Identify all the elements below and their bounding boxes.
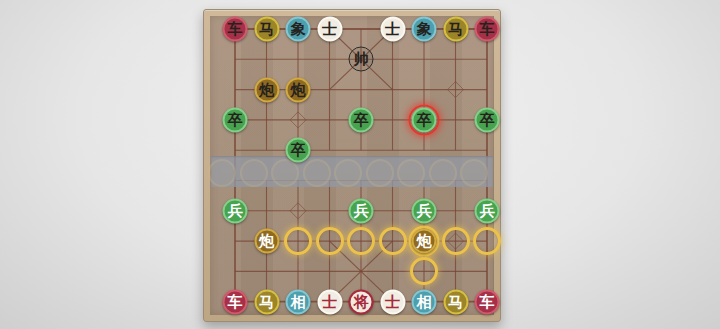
piece-advisor-top[interactable]: 士: [380, 17, 405, 42]
piece-chariot-top[interactable]: 车: [223, 17, 248, 42]
piece-soldier-top[interactable]: 卒: [223, 107, 248, 132]
piece-soldier-bottom[interactable]: 兵: [349, 198, 374, 223]
river-ghost-circle: [429, 159, 457, 187]
river-ghost-circle: [271, 159, 299, 187]
legal-move-ring[interactable]: [473, 227, 501, 255]
piece-soldier-top[interactable]: 卒: [475, 107, 500, 132]
piece-horse-bottom[interactable]: 马: [254, 289, 279, 314]
legal-move-ring[interactable]: [442, 227, 470, 255]
piece-elephant-top[interactable]: 象: [412, 17, 437, 42]
piece-horse-top[interactable]: 马: [443, 17, 468, 42]
xiangqi-board: 车马象士士象马车帅炮炮卒卒卒卒卒兵兵兵兵炮炮车马相士将士相马车: [203, 9, 501, 322]
river-ghost-circle: [460, 159, 488, 187]
piece-horse-bottom[interactable]: 马: [443, 289, 468, 314]
piece-soldier-bottom[interactable]: 兵: [412, 198, 437, 223]
piece-chariot-top[interactable]: 车: [475, 17, 500, 42]
piece-chariot-bottom[interactable]: 车: [223, 289, 248, 314]
piece-cannon-top[interactable]: 炮: [254, 77, 279, 102]
piece-advisor-top[interactable]: 士: [317, 17, 342, 42]
piece-cannon-bottom[interactable]: 炮: [254, 229, 279, 254]
river-band: [211, 156, 493, 187]
legal-move-ring[interactable]: [316, 227, 344, 255]
legal-move-ring[interactable]: [284, 227, 312, 255]
piece-cannon-top[interactable]: 炮: [286, 77, 311, 102]
piece-horse-top[interactable]: 马: [254, 17, 279, 42]
piece-soldier-top[interactable]: 卒: [349, 107, 374, 132]
piece-general-bottom[interactable]: 将: [349, 289, 374, 314]
river-ghost-circle: [366, 159, 394, 187]
legal-move-ring[interactable]: [379, 227, 407, 255]
piece-soldier-top[interactable]: 卒: [286, 138, 311, 163]
piece-elephant-top[interactable]: 象: [286, 17, 311, 42]
piece-general-top[interactable]: 帅: [349, 47, 374, 72]
piece-cannon-bottom[interactable]: 炮: [412, 229, 437, 254]
board-surface[interactable]: 车马象士士象马车帅炮炮卒卒卒卒卒兵兵兵兵炮炮车马相士将士相马车: [210, 16, 494, 315]
piece-soldier-bottom[interactable]: 兵: [475, 198, 500, 223]
river-ghost-circle: [208, 159, 236, 187]
legal-move-ring[interactable]: [410, 257, 438, 285]
river-ghost-circle: [334, 159, 362, 187]
legal-move-ring[interactable]: [347, 227, 375, 255]
piece-elephant-bottom[interactable]: 相: [286, 289, 311, 314]
piece-elephant-bottom[interactable]: 相: [412, 289, 437, 314]
piece-chariot-bottom[interactable]: 车: [475, 289, 500, 314]
piece-soldier-bottom[interactable]: 兵: [223, 198, 248, 223]
capture-target-ring: [409, 104, 440, 135]
river-ghost-circle: [240, 159, 268, 187]
river-ghost-circle: [397, 159, 425, 187]
app-background: 车马象士士象马车帅炮炮卒卒卒卒卒兵兵兵兵炮炮车马相士将士相马车: [0, 0, 720, 329]
river-ghost-circle: [303, 159, 331, 187]
piece-advisor-bottom[interactable]: 士: [380, 289, 405, 314]
piece-advisor-bottom[interactable]: 士: [317, 289, 342, 314]
